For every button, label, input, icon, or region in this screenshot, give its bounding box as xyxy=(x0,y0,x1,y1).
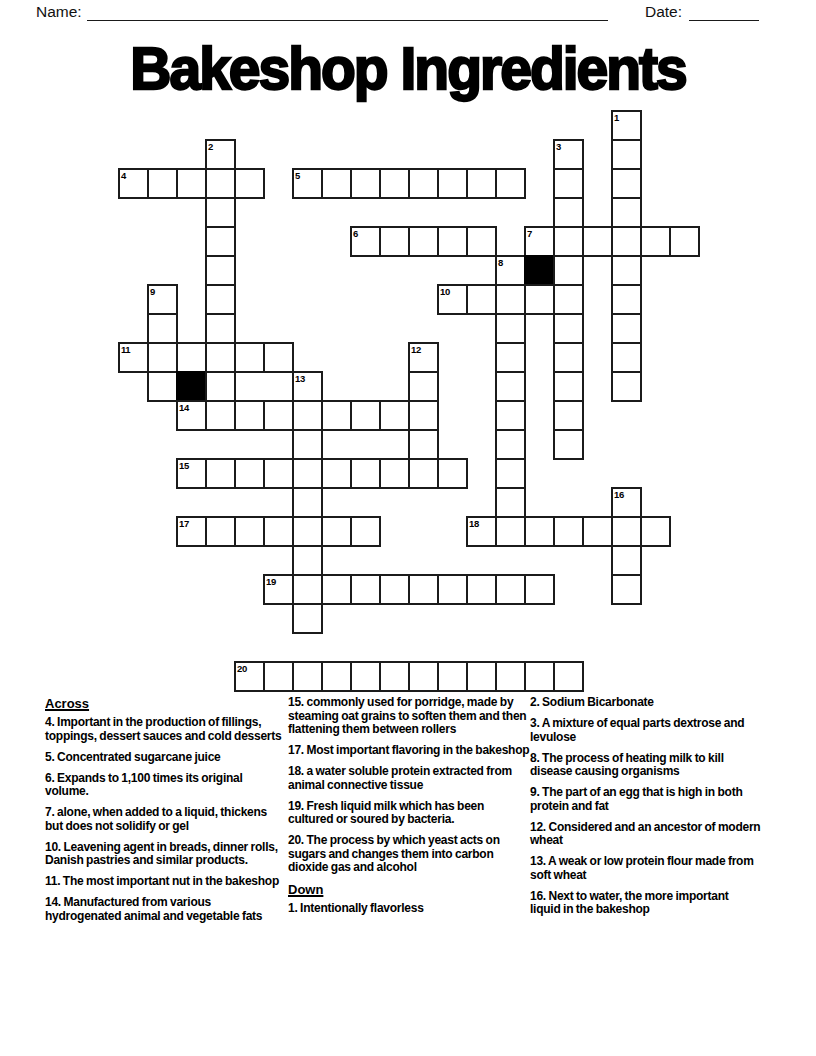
date-input-line[interactable] xyxy=(689,2,759,21)
grid-cell[interactable] xyxy=(495,516,526,547)
clue-across-14: 14. Manufactured from various hydrogenat… xyxy=(45,896,282,923)
clue-across-20: 20. The process by which yeast acts on s… xyxy=(288,834,531,875)
clue-column-3: 2. Sodium Bicarbonate3. A mixture of equ… xyxy=(530,696,761,924)
grid-cell[interactable] xyxy=(495,458,526,489)
grid-cell[interactable] xyxy=(611,516,642,547)
down-header: Down xyxy=(288,882,531,897)
clue-down-13: 13. A weak or low protein flour made fro… xyxy=(530,855,761,882)
grid-cell[interactable] xyxy=(611,284,642,315)
grid-cell[interactable] xyxy=(205,313,236,344)
grid-cell[interactable] xyxy=(292,371,323,402)
grid-cell[interactable] xyxy=(147,371,178,402)
grid-cell[interactable] xyxy=(263,661,294,692)
clue-down-16: 16. Next to water, the more important li… xyxy=(530,890,761,917)
grid-cell[interactable] xyxy=(524,661,555,692)
grid-cell-black xyxy=(176,371,207,402)
grid-cell[interactable] xyxy=(437,226,468,257)
grid-cell[interactable] xyxy=(205,226,236,257)
clue-across-10: 10. Leavening agent in breads, dinner ro… xyxy=(45,841,282,868)
grid-cell[interactable] xyxy=(263,400,294,431)
grid-cell[interactable] xyxy=(176,342,207,373)
grid-cell[interactable] xyxy=(611,168,642,199)
clue-down-1: 1. Intentionally flavorless xyxy=(288,902,531,916)
grid-cell[interactable] xyxy=(118,342,149,373)
grid-cell[interactable] xyxy=(553,197,584,228)
grid-cell[interactable] xyxy=(437,284,468,315)
grid-cell[interactable] xyxy=(350,516,381,547)
clue-across-18: 18. a water soluble protein extracted fr… xyxy=(288,765,531,792)
clue-down-3: 3. A mixture of equal parts dextrose and… xyxy=(530,717,761,744)
clue-across-17: 17. Most important flavoring in the bake… xyxy=(288,744,531,758)
grid-cell[interactable] xyxy=(553,429,584,460)
grid-cell[interactable] xyxy=(495,255,526,286)
grid-cell[interactable] xyxy=(292,574,323,605)
grid-cell[interactable] xyxy=(582,516,613,547)
grid-cell[interactable] xyxy=(408,661,439,692)
grid-cell[interactable] xyxy=(350,226,381,257)
grid-cell[interactable] xyxy=(611,110,642,141)
grid-cell[interactable] xyxy=(553,516,584,547)
grid-cell[interactable] xyxy=(379,400,410,431)
grid-cell[interactable] xyxy=(321,661,352,692)
clue-across-15: 15. commonly used for porridge, made by … xyxy=(288,696,531,737)
grid-cell[interactable] xyxy=(495,661,526,692)
grid-cell[interactable] xyxy=(234,168,265,199)
clue-column-2: 15. commonly used for porridge, made by … xyxy=(288,696,531,923)
grid-cell[interactable] xyxy=(205,400,236,431)
grid-cell-black xyxy=(524,255,555,286)
grid-cell[interactable] xyxy=(408,429,439,460)
grid-cell[interactable] xyxy=(669,226,700,257)
grid-cell[interactable] xyxy=(379,574,410,605)
grid-cell[interactable] xyxy=(408,168,439,199)
grid-cell[interactable] xyxy=(147,284,178,315)
grid-cell[interactable] xyxy=(205,168,236,199)
grid-cell[interactable] xyxy=(553,284,584,315)
grid-cell[interactable] xyxy=(205,516,236,547)
clue-across-5: 5. Concentrated sugarcane juice xyxy=(45,751,282,765)
grid-cell[interactable] xyxy=(205,284,236,315)
grid-cell[interactable] xyxy=(234,661,265,692)
grid-cell[interactable] xyxy=(553,342,584,373)
grid-cell[interactable] xyxy=(292,487,323,518)
clue-across-11: 11. The most important nut in the bakesh… xyxy=(45,875,282,889)
grid-cell[interactable] xyxy=(350,458,381,489)
grid-cell[interactable] xyxy=(495,371,526,402)
grid-cell[interactable] xyxy=(611,487,642,518)
name-input-line[interactable] xyxy=(87,2,608,21)
grid-cell[interactable] xyxy=(292,458,323,489)
grid-cell[interactable] xyxy=(379,168,410,199)
grid-cell[interactable] xyxy=(611,342,642,373)
grid-cell[interactable] xyxy=(582,226,613,257)
grid-cell[interactable] xyxy=(611,139,642,170)
grid-cell[interactable] xyxy=(321,516,352,547)
grid-cell[interactable] xyxy=(524,574,555,605)
grid-cell[interactable] xyxy=(176,400,207,431)
grid-cell[interactable] xyxy=(495,342,526,373)
grid-cell[interactable] xyxy=(350,574,381,605)
name-label: Name: xyxy=(36,3,82,21)
grid-cell[interactable] xyxy=(524,516,555,547)
grid-cell[interactable] xyxy=(321,458,352,489)
grid-cell[interactable] xyxy=(408,458,439,489)
grid-cell[interactable] xyxy=(466,661,497,692)
grid-cell[interactable] xyxy=(495,429,526,460)
grid-cell[interactable] xyxy=(205,255,236,286)
grid-cell[interactable] xyxy=(263,516,294,547)
grid-cell[interactable] xyxy=(350,661,381,692)
clue-down-2: 2. Sodium Bicarbonate xyxy=(530,696,761,710)
grid-cell[interactable] xyxy=(553,661,584,692)
grid-cell[interactable] xyxy=(292,400,323,431)
grid-cell[interactable] xyxy=(466,516,497,547)
grid-cell[interactable] xyxy=(350,400,381,431)
grid-cell[interactable] xyxy=(234,342,265,373)
grid-cell[interactable] xyxy=(495,574,526,605)
grid-cell[interactable] xyxy=(553,139,584,170)
grid-cell[interactable] xyxy=(292,168,323,199)
clue-across-7: 7. alone, when added to a liquid, thicke… xyxy=(45,806,282,833)
grid-cell[interactable] xyxy=(553,400,584,431)
grid-cell[interactable] xyxy=(466,226,497,257)
grid-cell[interactable] xyxy=(321,574,352,605)
grid-cell[interactable] xyxy=(408,226,439,257)
grid-cell[interactable] xyxy=(234,516,265,547)
grid-cell[interactable] xyxy=(495,168,526,199)
clue-across-6: 6. Expands to 1,100 times its original v… xyxy=(45,772,282,799)
grid-cell[interactable] xyxy=(408,371,439,402)
grid-cell[interactable] xyxy=(205,139,236,170)
grid-cell[interactable] xyxy=(466,574,497,605)
grid-cell[interactable] xyxy=(495,313,526,344)
grid-cell[interactable] xyxy=(437,661,468,692)
grid-cell[interactable] xyxy=(292,516,323,547)
grid-cell[interactable] xyxy=(205,371,236,402)
grid-cell[interactable] xyxy=(553,226,584,257)
grid-cell[interactable] xyxy=(263,574,294,605)
grid-cell[interactable] xyxy=(437,168,468,199)
grid-cell[interactable] xyxy=(118,168,149,199)
grid-cell[interactable] xyxy=(611,371,642,402)
grid-cell[interactable] xyxy=(263,458,294,489)
clue-across-19: 19. Fresh liquid milk which has been cul… xyxy=(288,800,531,827)
grid-cell[interactable] xyxy=(408,400,439,431)
clue-across-4: 4. Important in the production of fillin… xyxy=(45,716,282,743)
grid-cell[interactable] xyxy=(553,168,584,199)
grid-cell[interactable] xyxy=(147,168,178,199)
grid-cell[interactable] xyxy=(553,255,584,286)
grid-cell[interactable] xyxy=(495,400,526,431)
grid-cell[interactable] xyxy=(524,284,555,315)
grid-cell[interactable] xyxy=(176,168,207,199)
grid-cell[interactable] xyxy=(495,284,526,315)
grid-cell[interactable] xyxy=(379,661,410,692)
grid-cell[interactable] xyxy=(611,313,642,344)
grid-cell[interactable] xyxy=(292,603,323,634)
grid-cell[interactable] xyxy=(147,313,178,344)
clue-down-8: 8. The process of heating milk to kill d… xyxy=(530,752,761,779)
grid-cell[interactable] xyxy=(495,487,526,518)
grid-cell[interactable] xyxy=(205,458,236,489)
grid-cell[interactable] xyxy=(640,516,671,547)
grid-cell[interactable] xyxy=(147,342,178,373)
across-header: Across xyxy=(45,696,282,711)
grid-cell[interactable] xyxy=(292,545,323,576)
grid-cell[interactable] xyxy=(611,545,642,576)
crossword-grid: 1234567891011121314151617181920 xyxy=(118,110,700,692)
grid-cell[interactable] xyxy=(466,284,497,315)
grid-cell[interactable] xyxy=(611,574,642,605)
grid-cell[interactable] xyxy=(611,226,642,257)
grid-cell[interactable] xyxy=(176,458,207,489)
grid-cell[interactable] xyxy=(292,429,323,460)
grid-cell[interactable] xyxy=(263,342,294,373)
grid-cell[interactable] xyxy=(408,342,439,373)
grid-cell[interactable] xyxy=(379,458,410,489)
grid-cell[interactable] xyxy=(234,400,265,431)
grid-cell[interactable] xyxy=(524,226,555,257)
grid-cell[interactable] xyxy=(611,255,642,286)
grid-cell[interactable] xyxy=(408,574,439,605)
clue-column-1: Across4. Important in the production of … xyxy=(45,696,282,931)
grid-cell[interactable] xyxy=(379,226,410,257)
grid-cell[interactable] xyxy=(321,400,352,431)
date-label: Date: xyxy=(645,3,682,21)
clue-down-12: 12. Considered and an ancestor of modern… xyxy=(530,821,761,848)
grid-cell[interactable] xyxy=(205,342,236,373)
page-title: Bakeshop Ingredients xyxy=(0,33,816,102)
grid-cell[interactable] xyxy=(350,168,381,199)
grid-cell[interactable] xyxy=(437,574,468,605)
grid-cell[interactable] xyxy=(553,313,584,344)
grid-cell[interactable] xyxy=(292,661,323,692)
grid-cell[interactable] xyxy=(234,458,265,489)
clue-down-9: 9. The part of an egg that is high in bo… xyxy=(530,786,761,813)
grid-cell[interactable] xyxy=(437,458,468,489)
grid-cell[interactable] xyxy=(321,168,352,199)
grid-cell[interactable] xyxy=(176,516,207,547)
grid-cell[interactable] xyxy=(640,226,671,257)
grid-cell[interactable] xyxy=(466,168,497,199)
grid-cell[interactable] xyxy=(205,197,236,228)
grid-cell[interactable] xyxy=(553,371,584,402)
grid-cell[interactable] xyxy=(611,197,642,228)
